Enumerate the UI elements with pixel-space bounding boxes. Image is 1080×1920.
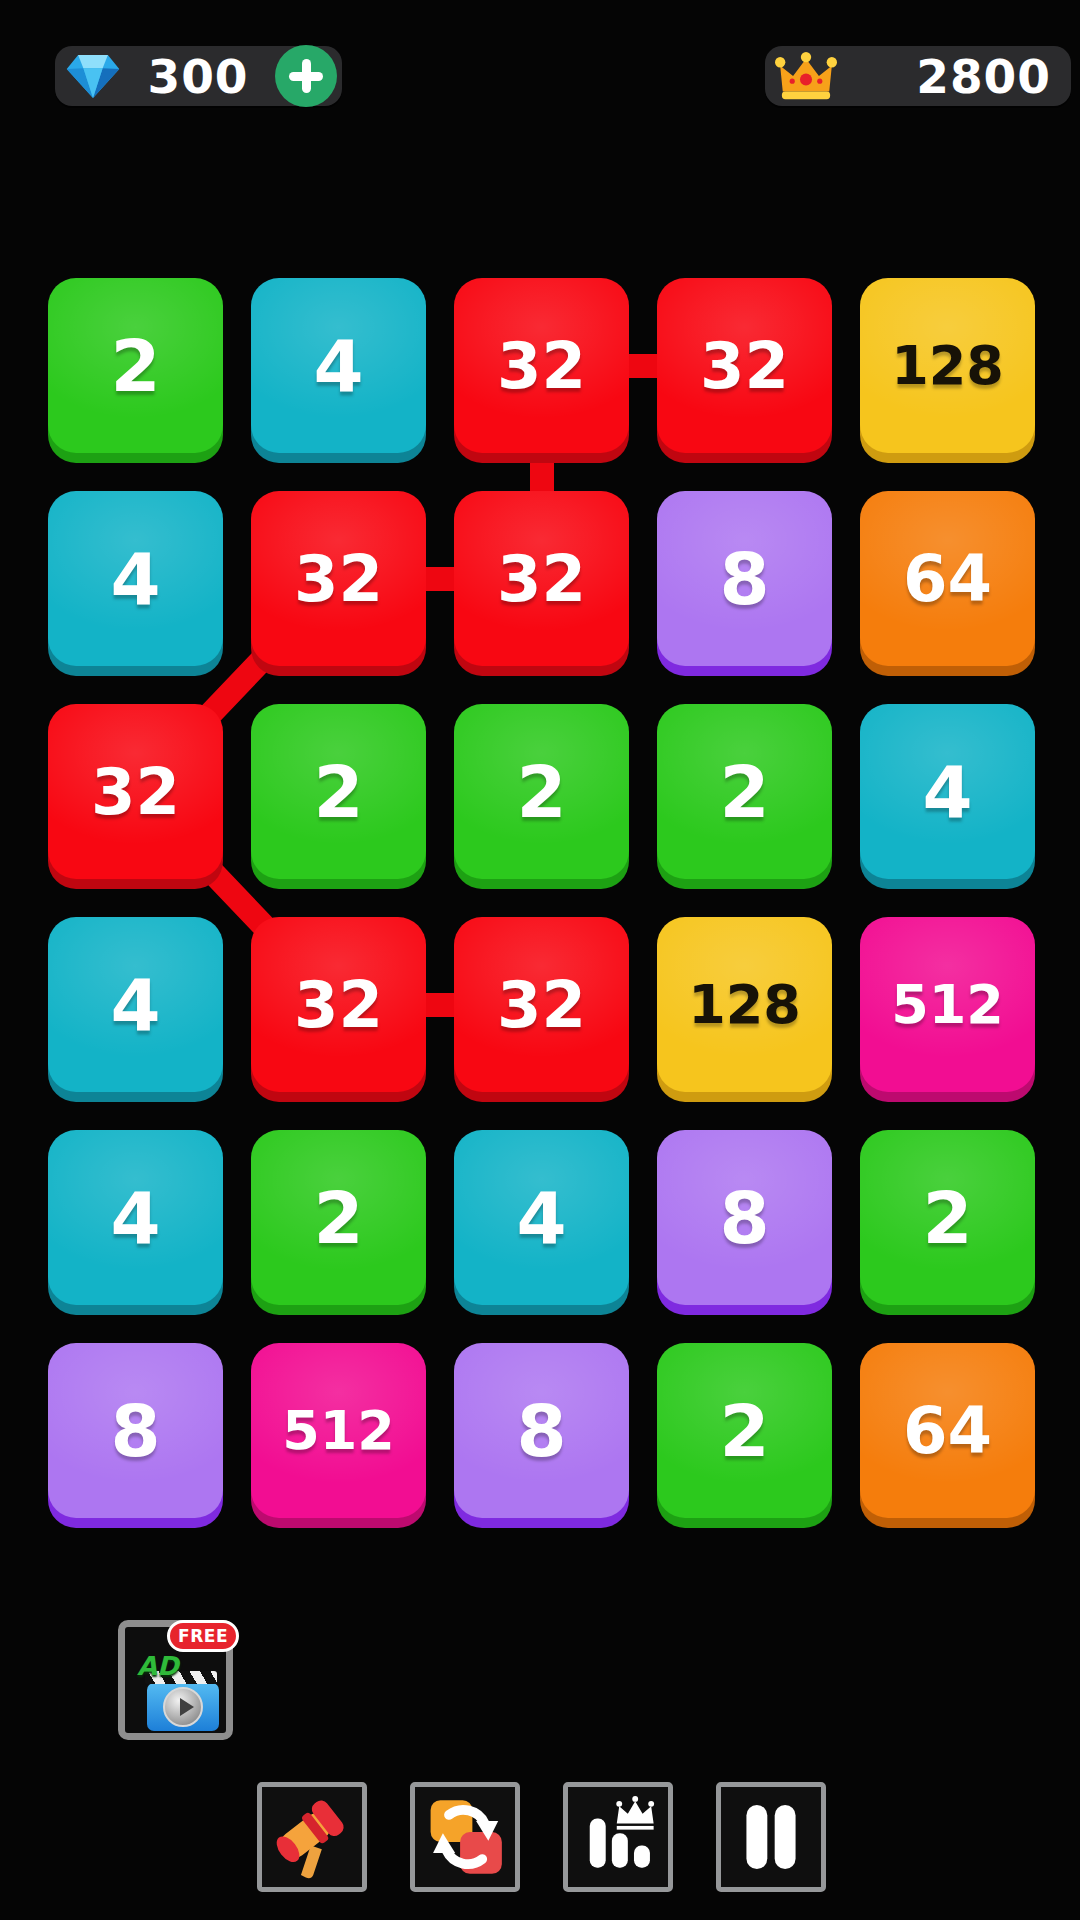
swap-tiles-icon	[422, 1794, 508, 1880]
tile-number: 64	[903, 1399, 992, 1463]
tile-r6c4-value-2[interactable]: 2	[657, 1343, 832, 1518]
ad-video-icon	[147, 1683, 219, 1731]
toolbar	[257, 1782, 826, 1892]
tile-number: 2	[313, 1182, 363, 1254]
gem-icon	[65, 51, 121, 101]
tile-number: 2	[922, 1182, 972, 1254]
gems-counter: 300	[55, 46, 342, 106]
tile-r5c5-value-2[interactable]: 2	[860, 1130, 1035, 1305]
tile-number: 4	[922, 756, 972, 828]
tile-r4c5-value-512[interactable]: 512	[860, 917, 1035, 1092]
tile-number: 64	[903, 547, 992, 611]
leaderboard-button[interactable]	[563, 1782, 673, 1892]
crowns-value: 2800	[916, 49, 1051, 104]
tile-r1c2-value-4[interactable]: 4	[251, 278, 426, 453]
tile-number: 32	[497, 547, 586, 611]
tile-r6c5-value-64[interactable]: 64	[860, 1343, 1035, 1518]
tile-number: 4	[516, 1182, 566, 1254]
tile-number: 4	[110, 1182, 160, 1254]
tile-number: 128	[891, 339, 1004, 393]
tile-r6c1-value-8[interactable]: 8	[48, 1343, 223, 1518]
tile-r1c5-value-128[interactable]: 128	[860, 278, 1035, 453]
ranking-bars-crown-icon	[575, 1794, 661, 1880]
tile-number: 512	[282, 1404, 395, 1458]
play-icon	[163, 1687, 203, 1727]
tile-number: 128	[688, 978, 801, 1032]
pause-button[interactable]	[716, 1782, 826, 1892]
add-gems-button[interactable]	[275, 45, 337, 107]
tile-r3c2-value-2[interactable]: 2	[251, 704, 426, 879]
tile-number: 4	[110, 969, 160, 1041]
tile-r4c4-value-128[interactable]: 128	[657, 917, 832, 1092]
tile-r2c1-value-4[interactable]: 4	[48, 491, 223, 666]
crown-icon	[775, 49, 837, 103]
tile-number: 512	[891, 978, 1004, 1032]
free-ad-button[interactable]: AD FREE	[118, 1620, 233, 1740]
board: 2432321284323286432222443232128512424828…	[48, 278, 1035, 1518]
tile-number: 2	[516, 756, 566, 828]
tile-r1c1-value-2[interactable]: 2	[48, 278, 223, 453]
tile-number: 8	[110, 1395, 160, 1467]
tile-r4c1-value-4[interactable]: 4	[48, 917, 223, 1092]
pause-icon	[728, 1794, 814, 1880]
swap-button[interactable]	[410, 1782, 520, 1892]
tile-number: 32	[294, 973, 383, 1037]
tile-number: 32	[294, 547, 383, 611]
tile-r5c2-value-2[interactable]: 2	[251, 1130, 426, 1305]
tile-r3c3-value-2[interactable]: 2	[454, 704, 629, 879]
game-screen: 300 2800 2432321284323286432222443232128…	[0, 0, 1080, 1920]
tile-number: 32	[91, 760, 180, 824]
tile-r5c1-value-4[interactable]: 4	[48, 1130, 223, 1305]
tile-number: 8	[516, 1395, 566, 1467]
tile-r1c4-value-32[interactable]: 32	[657, 278, 832, 453]
tile-number: 4	[110, 543, 160, 615]
tile-number: 32	[497, 973, 586, 1037]
tile-number: 2	[313, 756, 363, 828]
free-badge: FREE	[167, 1620, 239, 1652]
tile-r5c3-value-4[interactable]: 4	[454, 1130, 629, 1305]
hammer-icon	[269, 1794, 355, 1880]
tile-r3c4-value-2[interactable]: 2	[657, 704, 832, 879]
tile-r6c2-value-512[interactable]: 512	[251, 1343, 426, 1518]
tile-number: 2	[110, 330, 160, 402]
tile-r6c3-value-8[interactable]: 8	[454, 1343, 629, 1518]
tile-r4c3-value-32[interactable]: 32	[454, 917, 629, 1092]
ad-label: AD	[137, 1651, 179, 1681]
tile-number: 8	[719, 543, 769, 615]
tile-number: 4	[313, 330, 363, 402]
hammer-button[interactable]	[257, 1782, 367, 1892]
tile-number: 2	[719, 1395, 769, 1467]
tile-number: 32	[700, 334, 789, 398]
tile-number: 2	[719, 756, 769, 828]
tile-r5c4-value-8[interactable]: 8	[657, 1130, 832, 1305]
tile-number: 8	[719, 1182, 769, 1254]
crowns-counter: 2800	[765, 46, 1071, 106]
tile-r3c1-value-32[interactable]: 32	[48, 704, 223, 879]
tile-r3c5-value-4[interactable]: 4	[860, 704, 1035, 879]
tile-r2c4-value-8[interactable]: 8	[657, 491, 832, 666]
tile-number: 32	[497, 334, 586, 398]
gems-value: 300	[147, 49, 248, 104]
tile-r2c2-value-32[interactable]: 32	[251, 491, 426, 666]
tile-r4c2-value-32[interactable]: 32	[251, 917, 426, 1092]
tile-r2c5-value-64[interactable]: 64	[860, 491, 1035, 666]
tile-r2c3-value-32[interactable]: 32	[454, 491, 629, 666]
tile-r1c3-value-32[interactable]: 32	[454, 278, 629, 453]
